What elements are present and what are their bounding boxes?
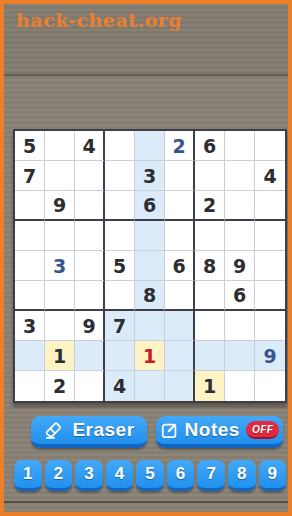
cell-r3c3[interactable] <box>75 191 105 221</box>
cell-r1c1[interactable]: 5 <box>15 131 45 161</box>
cell-r3c8[interactable] <box>225 191 255 221</box>
cell-r7c9[interactable] <box>255 311 285 341</box>
cell-r5c7[interactable]: 8 <box>195 251 225 281</box>
cell-r5c2[interactable]: 3 <box>45 251 75 281</box>
watermark-banner: hack-cheat.org <box>16 9 182 31</box>
cell-r2c4[interactable] <box>105 161 135 191</box>
cell-r2c8[interactable] <box>225 161 255 191</box>
cell-r4c8[interactable] <box>225 221 255 251</box>
cell-r5c6[interactable]: 6 <box>165 251 195 281</box>
cell-r7c1[interactable]: 3 <box>15 311 45 341</box>
cell-r8c3[interactable] <box>75 341 105 371</box>
cell-r5c4[interactable]: 5 <box>105 251 135 281</box>
cell-r7c5[interactable] <box>135 311 165 341</box>
eraser-icon <box>43 420 64 441</box>
cell-r9c7[interactable]: 1 <box>195 371 225 401</box>
cell-r6c5[interactable]: 8 <box>135 281 165 311</box>
cell-r7c6[interactable] <box>165 311 195 341</box>
numpad-5[interactable]: 5 <box>136 460 164 491</box>
cell-r7c4[interactable]: 7 <box>105 311 135 341</box>
cell-r4c5[interactable] <box>135 221 165 251</box>
wood-seam <box>4 501 288 503</box>
cell-r8c1[interactable] <box>15 341 45 371</box>
cell-r9c9[interactable] <box>255 371 285 401</box>
number-pad: 123456789 <box>14 460 286 491</box>
cell-r9c1[interactable] <box>15 371 45 401</box>
cell-r4c7[interactable] <box>195 221 225 251</box>
cell-r8c7[interactable] <box>195 341 225 371</box>
cell-r1c4[interactable] <box>105 131 135 161</box>
numpad-7[interactable]: 7 <box>197 460 225 491</box>
cell-r1c6[interactable]: 2 <box>165 131 195 161</box>
cell-r8c8[interactable] <box>225 341 255 371</box>
sudoku-board: 54267349623568986397119241 <box>13 129 287 403</box>
cell-r8c4[interactable] <box>105 341 135 371</box>
numpad-2[interactable]: 2 <box>45 460 73 491</box>
cell-r3c4[interactable] <box>105 191 135 221</box>
cell-r3c9[interactable] <box>255 191 285 221</box>
cell-r6c3[interactable] <box>75 281 105 311</box>
cell-r1c3[interactable]: 4 <box>75 131 105 161</box>
cell-r4c4[interactable] <box>105 221 135 251</box>
cell-r3c1[interactable] <box>15 191 45 221</box>
numpad-9[interactable]: 9 <box>259 460 287 491</box>
cell-r1c2[interactable] <box>45 131 75 161</box>
numpad-8[interactable]: 8 <box>228 460 256 491</box>
cell-r3c5[interactable]: 6 <box>135 191 165 221</box>
cell-r6c8[interactable]: 6 <box>225 281 255 311</box>
notes-label: Notes <box>185 419 240 441</box>
cell-r8c6[interactable] <box>165 341 195 371</box>
cell-r1c5[interactable] <box>135 131 165 161</box>
cell-r3c7[interactable]: 2 <box>195 191 225 221</box>
cell-r6c9[interactable] <box>255 281 285 311</box>
cell-r6c1[interactable] <box>15 281 45 311</box>
cell-r5c3[interactable] <box>75 251 105 281</box>
cell-r9c8[interactable] <box>225 371 255 401</box>
numpad-3[interactable]: 3 <box>75 460 103 491</box>
cell-r6c2[interactable] <box>45 281 75 311</box>
cell-r4c9[interactable] <box>255 221 285 251</box>
cell-r7c8[interactable] <box>225 311 255 341</box>
cell-r9c4[interactable]: 4 <box>105 371 135 401</box>
numpad-4[interactable]: 4 <box>106 460 134 491</box>
cell-r5c1[interactable] <box>15 251 45 281</box>
cell-r4c1[interactable] <box>15 221 45 251</box>
cell-r4c2[interactable] <box>45 221 75 251</box>
cell-r7c2[interactable] <box>45 311 75 341</box>
cell-r5c9[interactable] <box>255 251 285 281</box>
app-screen: hack-cheat.org 5426734962356898639711924… <box>0 0 292 516</box>
cell-r7c7[interactable] <box>195 311 225 341</box>
cell-r9c2[interactable]: 2 <box>45 371 75 401</box>
cell-r1c8[interactable] <box>225 131 255 161</box>
notes-off-badge: OFF <box>246 421 280 439</box>
cell-r2c2[interactable] <box>45 161 75 191</box>
notes-button[interactable]: Notes OFF <box>156 416 283 448</box>
cell-r2c9[interactable]: 4 <box>255 161 285 191</box>
cell-r2c3[interactable] <box>75 161 105 191</box>
eraser-label: Eraser <box>72 419 134 441</box>
cell-r5c8[interactable]: 9 <box>225 251 255 281</box>
cell-r6c4[interactable] <box>105 281 135 311</box>
cell-r1c7[interactable]: 6 <box>195 131 225 161</box>
cell-r2c5[interactable]: 3 <box>135 161 165 191</box>
notes-pencil-icon <box>160 421 179 440</box>
cell-r6c7[interactable] <box>195 281 225 311</box>
cell-r9c5[interactable] <box>135 371 165 401</box>
cell-r2c1[interactable]: 7 <box>15 161 45 191</box>
numpad-1[interactable]: 1 <box>14 460 42 491</box>
cell-r3c2[interactable]: 9 <box>45 191 75 221</box>
cell-r2c6[interactable] <box>165 161 195 191</box>
eraser-button[interactable]: Eraser <box>31 416 147 448</box>
cell-r8c9[interactable]: 9 <box>255 341 285 371</box>
cell-r4c3[interactable] <box>75 221 105 251</box>
cell-r4c6[interactable] <box>165 221 195 251</box>
cell-r9c6[interactable] <box>165 371 195 401</box>
wood-seam <box>4 74 288 76</box>
cell-r8c5[interactable]: 1 <box>135 341 165 371</box>
cell-r2c7[interactable] <box>195 161 225 191</box>
cell-r5c5[interactable] <box>135 251 165 281</box>
cell-r7c3[interactable]: 9 <box>75 311 105 341</box>
cell-r6c6[interactable] <box>165 281 195 311</box>
cell-r9c3[interactable] <box>75 371 105 401</box>
numpad-6[interactable]: 6 <box>167 460 195 491</box>
cell-r8c2[interactable]: 1 <box>45 341 75 371</box>
cell-r1c9[interactable] <box>255 131 285 161</box>
cell-r3c6[interactable] <box>165 191 195 221</box>
